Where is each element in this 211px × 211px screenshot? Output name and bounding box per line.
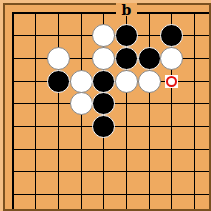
grid-line-horizontal — [12, 194, 209, 195]
white-stone — [115, 70, 138, 93]
grid-line-horizontal — [12, 171, 209, 172]
grid-line-vertical — [58, 12, 59, 209]
grid-line-vertical — [149, 12, 150, 209]
grid-line-vertical — [12, 12, 14, 209]
grid-line-horizontal — [12, 149, 209, 150]
white-stone — [70, 70, 93, 93]
point-label-b: b — [114, 2, 139, 18]
red-circle-marker — [166, 76, 177, 87]
white-stone — [70, 92, 93, 115]
white-stone — [138, 70, 161, 93]
black-stone — [138, 47, 161, 70]
grid-line-horizontal — [12, 12, 209, 14]
black-stone — [92, 70, 115, 93]
grid-line-vertical — [194, 12, 195, 209]
white-stone — [47, 47, 70, 70]
grid-line-vertical — [35, 12, 36, 209]
black-stone — [115, 47, 138, 70]
black-stone — [47, 70, 70, 93]
go-board-diagram: b — [0, 0, 211, 211]
